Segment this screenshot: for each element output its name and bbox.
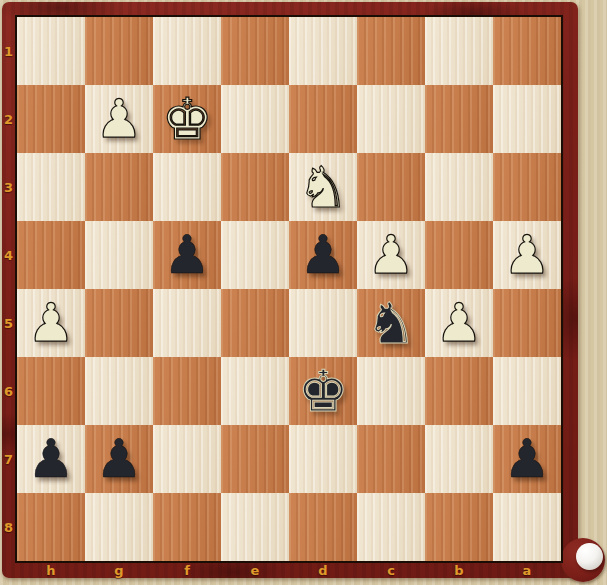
- black-pawn[interactable]: ♟: [163, 221, 211, 289]
- square-e7[interactable]: [221, 425, 289, 493]
- file-label-f: f: [153, 563, 221, 578]
- square-f6[interactable]: [153, 357, 221, 425]
- square-h7[interactable]: ♟: [17, 425, 85, 493]
- square-a4[interactable]: ♟: [493, 221, 561, 289]
- square-f3[interactable]: [153, 153, 221, 221]
- black-pawn[interactable]: ♟: [299, 221, 347, 289]
- white-pawn[interactable]: ♟: [435, 289, 483, 357]
- square-c5[interactable]: ♞: [357, 289, 425, 357]
- square-b8[interactable]: [425, 493, 493, 561]
- side-to-move-indicator-ball: [576, 543, 603, 570]
- square-e1[interactable]: [221, 17, 289, 85]
- square-c2[interactable]: [357, 85, 425, 153]
- file-label-a: a: [493, 563, 561, 578]
- square-a8[interactable]: [493, 493, 561, 561]
- white-pawn[interactable]: ♟: [27, 289, 75, 357]
- rank-label-5: 5: [2, 289, 15, 357]
- square-d4[interactable]: ♟: [289, 221, 357, 289]
- rank-label-3: 3: [2, 153, 15, 221]
- white-pawn[interactable]: ♟: [503, 221, 551, 289]
- square-e8[interactable]: [221, 493, 289, 561]
- square-d8[interactable]: [289, 493, 357, 561]
- square-c1[interactable]: [357, 17, 425, 85]
- chess-app-window: ♟♚♞♟♟♟♟♟♞♟♚♟♟♟ 12345678 hgfedcba: [0, 0, 607, 585]
- rank-label-8: 8: [2, 493, 15, 561]
- square-e3[interactable]: [221, 153, 289, 221]
- square-a1[interactable]: [493, 17, 561, 85]
- square-c6[interactable]: [357, 357, 425, 425]
- square-b5[interactable]: ♟: [425, 289, 493, 357]
- black-pawn[interactable]: ♟: [27, 425, 75, 493]
- square-b7[interactable]: [425, 425, 493, 493]
- rank-label-4: 4: [2, 221, 15, 289]
- square-a2[interactable]: [493, 85, 561, 153]
- square-c7[interactable]: [357, 425, 425, 493]
- black-knight[interactable]: ♞: [365, 289, 416, 357]
- square-d5[interactable]: [289, 289, 357, 357]
- square-h2[interactable]: [17, 85, 85, 153]
- square-e4[interactable]: [221, 221, 289, 289]
- square-h4[interactable]: [17, 221, 85, 289]
- rank-label-1: 1: [2, 17, 15, 85]
- rank-labels: 12345678: [2, 17, 15, 561]
- black-pawn[interactable]: ♟: [95, 425, 143, 493]
- square-g3[interactable]: [85, 153, 153, 221]
- square-d3[interactable]: ♞: [289, 153, 357, 221]
- square-b4[interactable]: [425, 221, 493, 289]
- square-e6[interactable]: [221, 357, 289, 425]
- square-a6[interactable]: [493, 357, 561, 425]
- square-f2[interactable]: ♚: [153, 85, 221, 153]
- square-h6[interactable]: [17, 357, 85, 425]
- square-f1[interactable]: [153, 17, 221, 85]
- square-h5[interactable]: ♟: [17, 289, 85, 357]
- file-labels: hgfedcba: [17, 563, 561, 578]
- square-f4[interactable]: ♟: [153, 221, 221, 289]
- rank-label-2: 2: [2, 85, 15, 153]
- square-c4[interactable]: ♟: [357, 221, 425, 289]
- square-e5[interactable]: [221, 289, 289, 357]
- square-b6[interactable]: [425, 357, 493, 425]
- square-g1[interactable]: [85, 17, 153, 85]
- square-h8[interactable]: [17, 493, 85, 561]
- file-label-c: c: [357, 563, 425, 578]
- square-f8[interactable]: [153, 493, 221, 561]
- white-pawn[interactable]: ♟: [367, 221, 415, 289]
- square-b2[interactable]: [425, 85, 493, 153]
- square-b3[interactable]: [425, 153, 493, 221]
- file-label-e: e: [221, 563, 289, 578]
- square-d1[interactable]: [289, 17, 357, 85]
- black-pawn[interactable]: ♟: [503, 425, 551, 493]
- file-label-d: d: [289, 563, 357, 578]
- white-pawn[interactable]: ♟: [95, 85, 143, 153]
- file-label-b: b: [425, 563, 493, 578]
- square-a7[interactable]: ♟: [493, 425, 561, 493]
- square-e2[interactable]: [221, 85, 289, 153]
- square-a5[interactable]: [493, 289, 561, 357]
- square-g7[interactable]: ♟: [85, 425, 153, 493]
- white-knight[interactable]: ♞: [297, 153, 348, 221]
- square-a3[interactable]: [493, 153, 561, 221]
- square-b1[interactable]: [425, 17, 493, 85]
- rank-label-7: 7: [2, 425, 15, 493]
- rank-label-6: 6: [2, 357, 15, 425]
- square-h1[interactable]: [17, 17, 85, 85]
- file-label-h: h: [17, 563, 85, 578]
- square-d7[interactable]: [289, 425, 357, 493]
- square-g2[interactable]: ♟: [85, 85, 153, 153]
- square-c8[interactable]: [357, 493, 425, 561]
- square-f5[interactable]: [153, 289, 221, 357]
- square-g5[interactable]: [85, 289, 153, 357]
- square-d2[interactable]: [289, 85, 357, 153]
- white-king[interactable]: ♚: [161, 85, 212, 153]
- square-h3[interactable]: [17, 153, 85, 221]
- square-g6[interactable]: [85, 357, 153, 425]
- board-grid: ♟♚♞♟♟♟♟♟♞♟♚♟♟♟: [17, 17, 561, 561]
- square-d6[interactable]: ♚: [289, 357, 357, 425]
- black-king[interactable]: ♚: [297, 357, 348, 425]
- square-f7[interactable]: [153, 425, 221, 493]
- square-c3[interactable]: [357, 153, 425, 221]
- square-g8[interactable]: [85, 493, 153, 561]
- file-label-g: g: [85, 563, 153, 578]
- square-g4[interactable]: [85, 221, 153, 289]
